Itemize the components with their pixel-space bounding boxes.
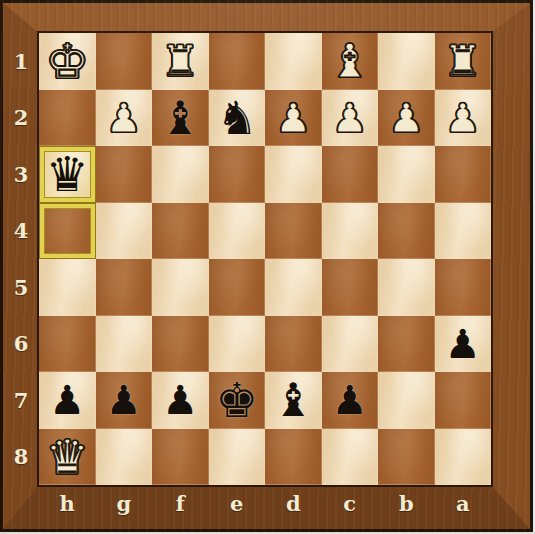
file-label-c: c bbox=[322, 485, 379, 529]
square-a7[interactable] bbox=[435, 372, 492, 429]
square-f6[interactable] bbox=[152, 316, 209, 373]
square-b3[interactable] bbox=[378, 146, 435, 203]
square-d4[interactable] bbox=[265, 203, 322, 260]
square-c2[interactable]: ♟ bbox=[322, 90, 379, 147]
square-d2[interactable]: ♟ bbox=[265, 90, 322, 147]
square-d1[interactable] bbox=[265, 33, 322, 90]
file-label-a: a bbox=[435, 485, 492, 529]
rank-label-1: 1 bbox=[3, 33, 39, 90]
square-h4[interactable] bbox=[39, 203, 96, 260]
file-label-b: b bbox=[378, 485, 435, 529]
square-h7[interactable]: ♟ bbox=[39, 372, 96, 429]
square-f2[interactable]: ♝ bbox=[152, 90, 209, 147]
square-a8[interactable] bbox=[435, 429, 492, 486]
square-g1[interactable] bbox=[96, 33, 153, 90]
square-a5[interactable] bbox=[435, 259, 492, 316]
square-f1[interactable]: ♜ bbox=[152, 33, 209, 90]
rank-label-3: 3 bbox=[3, 146, 39, 203]
square-a3[interactable] bbox=[435, 146, 492, 203]
square-c7[interactable]: ♟ bbox=[322, 372, 379, 429]
square-h5[interactable] bbox=[39, 259, 96, 316]
square-f5[interactable] bbox=[152, 259, 209, 316]
black-queen[interactable]: ♛ bbox=[46, 150, 89, 198]
square-h6[interactable] bbox=[39, 316, 96, 373]
square-f8[interactable] bbox=[152, 429, 209, 486]
chess-board: ♚♜♝♜♟♝♞♟♟♟♟♛♟♟♟♟♚♝♟♛ bbox=[39, 33, 491, 485]
square-g4[interactable] bbox=[96, 203, 153, 260]
white-pawn[interactable]: ♟ bbox=[106, 98, 142, 138]
square-h3[interactable]: ♛ bbox=[39, 146, 96, 203]
black-pawn[interactable]: ♟ bbox=[106, 380, 142, 420]
white-king[interactable]: ♚ bbox=[46, 37, 89, 85]
square-f7[interactable]: ♟ bbox=[152, 372, 209, 429]
rank-label-8: 8 bbox=[3, 429, 39, 486]
white-pawn[interactable]: ♟ bbox=[275, 98, 311, 138]
white-pawn[interactable]: ♟ bbox=[332, 98, 368, 138]
square-a1[interactable]: ♜ bbox=[435, 33, 492, 90]
file-label-g: g bbox=[96, 485, 153, 529]
black-bishop[interactable]: ♝ bbox=[160, 95, 201, 141]
square-a6[interactable]: ♟ bbox=[435, 316, 492, 373]
chess-board-screenshot: ♚♜♝♜♟♝♞♟♟♟♟♛♟♟♟♟♚♝♟♛ 12345678 hgfedcba bbox=[0, 0, 535, 534]
black-pawn[interactable]: ♟ bbox=[332, 380, 368, 420]
white-queen[interactable]: ♛ bbox=[46, 433, 89, 481]
square-c1[interactable]: ♝ bbox=[322, 33, 379, 90]
square-e3[interactable] bbox=[209, 146, 266, 203]
square-b4[interactable] bbox=[378, 203, 435, 260]
file-label-d: d bbox=[265, 485, 322, 529]
square-f4[interactable] bbox=[152, 203, 209, 260]
rank-label-4: 4 bbox=[3, 203, 39, 260]
square-d5[interactable] bbox=[265, 259, 322, 316]
square-g7[interactable]: ♟ bbox=[96, 372, 153, 429]
square-a2[interactable]: ♟ bbox=[435, 90, 492, 147]
square-b2[interactable]: ♟ bbox=[378, 90, 435, 147]
square-g3[interactable] bbox=[96, 146, 153, 203]
black-knight[interactable]: ♞ bbox=[216, 95, 257, 141]
square-g2[interactable]: ♟ bbox=[96, 90, 153, 147]
white-rook[interactable]: ♜ bbox=[443, 40, 482, 83]
black-bishop[interactable]: ♝ bbox=[273, 377, 314, 423]
square-e6[interactable] bbox=[209, 316, 266, 373]
square-e4[interactable] bbox=[209, 203, 266, 260]
file-labels: hgfedcba bbox=[39, 485, 491, 529]
black-pawn[interactable]: ♟ bbox=[162, 380, 198, 420]
rank-label-7: 7 bbox=[3, 372, 39, 429]
square-c4[interactable] bbox=[322, 203, 379, 260]
square-f3[interactable] bbox=[152, 146, 209, 203]
black-king[interactable]: ♚ bbox=[215, 376, 258, 424]
file-label-h: h bbox=[39, 485, 96, 529]
rank-labels: 12345678 bbox=[3, 33, 39, 485]
square-b1[interactable] bbox=[378, 33, 435, 90]
square-d7[interactable]: ♝ bbox=[265, 372, 322, 429]
square-h2[interactable] bbox=[39, 90, 96, 147]
white-bishop[interactable]: ♝ bbox=[329, 38, 370, 84]
square-d6[interactable] bbox=[265, 316, 322, 373]
square-c6[interactable] bbox=[322, 316, 379, 373]
square-e7[interactable]: ♚ bbox=[209, 372, 266, 429]
square-c3[interactable] bbox=[322, 146, 379, 203]
square-c8[interactable] bbox=[322, 429, 379, 486]
square-b5[interactable] bbox=[378, 259, 435, 316]
white-rook[interactable]: ♜ bbox=[161, 40, 200, 83]
black-pawn[interactable]: ♟ bbox=[445, 324, 481, 364]
square-b7[interactable] bbox=[378, 372, 435, 429]
square-e8[interactable] bbox=[209, 429, 266, 486]
file-label-e: e bbox=[209, 485, 266, 529]
rank-label-6: 6 bbox=[3, 316, 39, 373]
white-pawn[interactable]: ♟ bbox=[388, 98, 424, 138]
square-g5[interactable] bbox=[96, 259, 153, 316]
square-h8[interactable]: ♛ bbox=[39, 429, 96, 486]
rank-label-2: 2 bbox=[3, 90, 39, 147]
square-h1[interactable]: ♚ bbox=[39, 33, 96, 90]
black-pawn[interactable]: ♟ bbox=[49, 380, 85, 420]
rank-label-5: 5 bbox=[3, 259, 39, 316]
square-e2[interactable]: ♞ bbox=[209, 90, 266, 147]
square-b8[interactable] bbox=[378, 429, 435, 486]
square-b6[interactable] bbox=[378, 316, 435, 373]
white-pawn[interactable]: ♟ bbox=[445, 98, 481, 138]
square-e1[interactable] bbox=[209, 33, 266, 90]
file-label-f: f bbox=[152, 485, 209, 529]
square-c5[interactable] bbox=[322, 259, 379, 316]
square-a4[interactable] bbox=[435, 203, 492, 260]
square-e5[interactable] bbox=[209, 259, 266, 316]
square-d3[interactable] bbox=[265, 146, 322, 203]
square-g8[interactable] bbox=[96, 429, 153, 486]
square-g6[interactable] bbox=[96, 316, 153, 373]
square-d8[interactable] bbox=[265, 429, 322, 486]
